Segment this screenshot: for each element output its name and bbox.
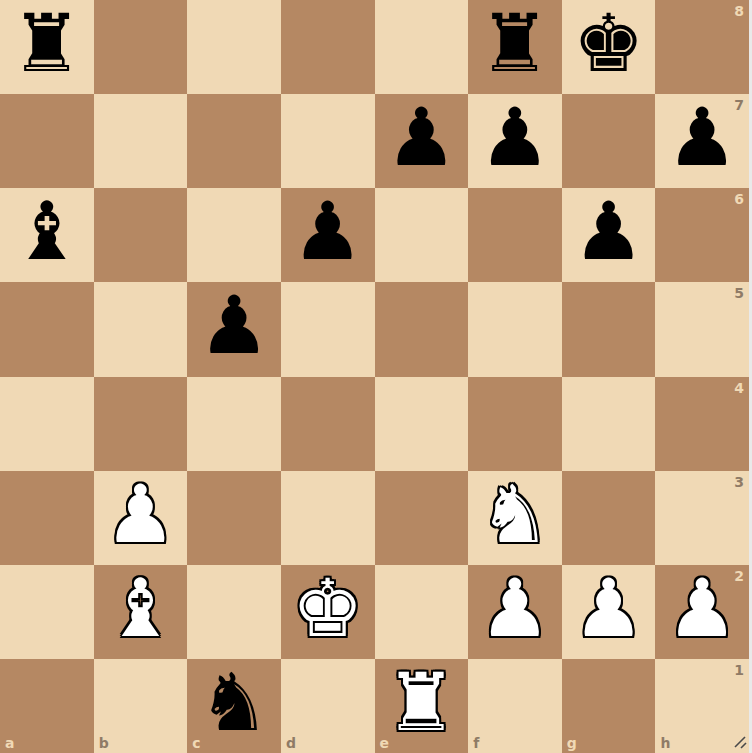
piece-black-knight[interactable]: ♞ <box>198 663 270 743</box>
square-h4[interactable]: 4 <box>655 377 749 471</box>
file-label-e: e <box>380 736 390 750</box>
square-a4[interactable] <box>0 377 94 471</box>
file-label-h: h <box>660 736 670 750</box>
square-c1[interactable]: ♞c <box>187 659 281 753</box>
rank-label-4: 4 <box>734 381 744 395</box>
rank-label-8: 8 <box>734 4 744 18</box>
square-b7[interactable] <box>94 94 188 188</box>
square-b2[interactable]: ♝ <box>94 565 188 659</box>
piece-black-pawn[interactable]: ♟ <box>292 192 364 272</box>
square-g4[interactable] <box>562 377 656 471</box>
rank-label-6: 6 <box>734 192 744 206</box>
square-a3[interactable] <box>0 471 94 565</box>
square-d6[interactable]: ♟ <box>281 188 375 282</box>
square-g1[interactable]: g <box>562 659 656 753</box>
piece-white-bishop[interactable]: ♝ <box>105 569 177 649</box>
square-c7[interactable] <box>187 94 281 188</box>
chess-board: ♜♜♚8♟♟♟7♝♟♟6♟54♟♞3♝♚♟♟♟2ab♞cd♜efg1h <box>0 0 749 753</box>
square-g5[interactable] <box>562 282 656 376</box>
piece-white-knight[interactable]: ♞ <box>479 475 551 555</box>
square-a7[interactable] <box>0 94 94 188</box>
square-d8[interactable] <box>281 0 375 94</box>
square-h2[interactable]: ♟2 <box>655 565 749 659</box>
square-f2[interactable]: ♟ <box>468 565 562 659</box>
square-h6[interactable]: 6 <box>655 188 749 282</box>
square-g8[interactable]: ♚ <box>562 0 656 94</box>
square-c5[interactable]: ♟ <box>187 282 281 376</box>
square-e7[interactable]: ♟ <box>375 94 469 188</box>
piece-black-pawn[interactable]: ♟ <box>198 286 270 366</box>
piece-white-king[interactable]: ♚ <box>292 569 364 649</box>
piece-black-king[interactable]: ♚ <box>573 4 645 84</box>
square-f4[interactable] <box>468 377 562 471</box>
square-d2[interactable]: ♚ <box>281 565 375 659</box>
square-d4[interactable] <box>281 377 375 471</box>
square-c4[interactable] <box>187 377 281 471</box>
square-b4[interactable] <box>94 377 188 471</box>
square-f3[interactable]: ♞ <box>468 471 562 565</box>
file-label-d: d <box>286 736 296 750</box>
piece-black-rook[interactable]: ♜ <box>479 4 551 84</box>
square-d1[interactable]: d <box>281 659 375 753</box>
square-f6[interactable] <box>468 188 562 282</box>
square-f7[interactable]: ♟ <box>468 94 562 188</box>
piece-white-pawn[interactable]: ♟ <box>666 569 738 649</box>
chess-board-container: ♜♜♚8♟♟♟7♝♟♟6♟54♟♞3♝♚♟♟♟2ab♞cd♜efg1h <box>0 0 752 753</box>
square-b3[interactable]: ♟ <box>94 471 188 565</box>
rank-label-1: 1 <box>734 663 744 677</box>
square-c8[interactable] <box>187 0 281 94</box>
square-g3[interactable] <box>562 471 656 565</box>
file-label-g: g <box>567 736 577 750</box>
square-b5[interactable] <box>94 282 188 376</box>
square-a5[interactable] <box>0 282 94 376</box>
square-f1[interactable]: f <box>468 659 562 753</box>
square-d3[interactable] <box>281 471 375 565</box>
piece-black-pawn[interactable]: ♟ <box>385 98 457 178</box>
square-e2[interactable] <box>375 565 469 659</box>
piece-white-rook[interactable]: ♜ <box>385 663 457 743</box>
resize-handle-icon[interactable] <box>733 735 747 749</box>
rank-label-7: 7 <box>734 98 744 112</box>
file-label-c: c <box>192 736 200 750</box>
piece-black-bishop[interactable]: ♝ <box>11 192 83 272</box>
square-a8[interactable]: ♜ <box>0 0 94 94</box>
rank-label-3: 3 <box>734 475 744 489</box>
square-e8[interactable] <box>375 0 469 94</box>
square-g7[interactable] <box>562 94 656 188</box>
piece-white-pawn[interactable]: ♟ <box>479 569 551 649</box>
square-g6[interactable]: ♟ <box>562 188 656 282</box>
square-f8[interactable]: ♜ <box>468 0 562 94</box>
piece-black-pawn[interactable]: ♟ <box>666 98 738 178</box>
square-e5[interactable] <box>375 282 469 376</box>
square-b8[interactable] <box>94 0 188 94</box>
piece-black-pawn[interactable]: ♟ <box>573 192 645 272</box>
piece-black-rook[interactable]: ♜ <box>11 4 83 84</box>
piece-white-pawn[interactable]: ♟ <box>105 475 177 555</box>
square-f5[interactable] <box>468 282 562 376</box>
square-g2[interactable]: ♟ <box>562 565 656 659</box>
square-a6[interactable]: ♝ <box>0 188 94 282</box>
square-a1[interactable]: a <box>0 659 94 753</box>
square-e4[interactable] <box>375 377 469 471</box>
piece-white-pawn[interactable]: ♟ <box>573 569 645 649</box>
square-h8[interactable]: 8 <box>655 0 749 94</box>
square-b1[interactable]: b <box>94 659 188 753</box>
square-a2[interactable] <box>0 565 94 659</box>
square-d5[interactable] <box>281 282 375 376</box>
square-e3[interactable] <box>375 471 469 565</box>
file-label-a: a <box>5 736 14 750</box>
piece-black-pawn[interactable]: ♟ <box>479 98 551 178</box>
square-b6[interactable] <box>94 188 188 282</box>
rank-label-5: 5 <box>734 286 744 300</box>
rank-label-2: 2 <box>734 569 744 583</box>
square-e6[interactable] <box>375 188 469 282</box>
square-h7[interactable]: ♟7 <box>655 94 749 188</box>
square-e1[interactable]: ♜e <box>375 659 469 753</box>
square-c2[interactable] <box>187 565 281 659</box>
square-d7[interactable] <box>281 94 375 188</box>
resize-line-2 <box>741 743 746 748</box>
square-h3[interactable]: 3 <box>655 471 749 565</box>
square-c6[interactable] <box>187 188 281 282</box>
square-h5[interactable]: 5 <box>655 282 749 376</box>
file-label-f: f <box>473 736 479 750</box>
file-label-b: b <box>99 736 109 750</box>
square-c3[interactable] <box>187 471 281 565</box>
